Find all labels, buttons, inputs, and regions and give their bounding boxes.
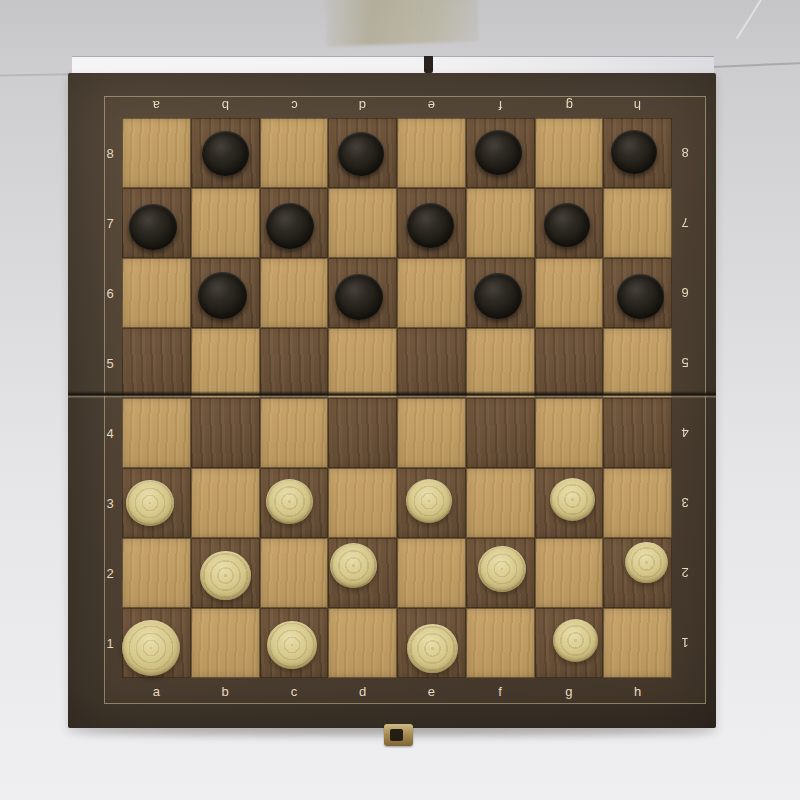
hinge-gap-icon: [424, 56, 433, 73]
rank-label-left-6: 6: [98, 258, 122, 328]
file-label-bottom-c: c: [260, 679, 329, 704]
file-label-bottom-b: b: [191, 679, 260, 704]
black-man-d6[interactable]: ⛂: [335, 274, 383, 320]
white-man-a3[interactable]: ⛀: [126, 480, 174, 526]
file-label-top-a: a: [122, 94, 191, 117]
white-man-d2[interactable]: ⛀: [330, 543, 377, 588]
rank-label-left-2: 2: [98, 538, 122, 608]
black-man-d8[interactable]: ⛂: [338, 132, 384, 176]
clasp-slot: [390, 729, 403, 741]
checkers-board: abcdefgh abcdefgh 87654321 87654321 ⛂⛂⛂⛂…: [68, 73, 716, 728]
pieces-layer: ⛂⛂⛂⛂⛂⛂⛂⛂⛂⛂⛂⛂⛀⛀⛀⛀⛀⛀⛀⛀⛀⛀⛀⛀: [122, 118, 672, 678]
black-man-a7[interactable]: ⛂: [129, 204, 177, 250]
file-label-bottom-e: e: [397, 679, 466, 704]
rank-labels-right: 87654321: [672, 118, 698, 678]
black-man-g7[interactable]: ⛂: [544, 203, 590, 247]
background-tape-mark: [325, 0, 479, 47]
white-man-c3[interactable]: ⛀: [266, 479, 313, 524]
file-label-bottom-d: d: [328, 679, 397, 704]
file-label-top-c: c: [260, 94, 329, 117]
table-edge-line-right: [712, 62, 800, 68]
rank-label-right-6: 6: [672, 258, 698, 328]
rank-label-left-8: 8: [98, 118, 122, 188]
rank-label-right-7: 7: [672, 188, 698, 258]
rank-label-right-1: 1: [672, 608, 698, 678]
white-man-g3[interactable]: ⛀: [550, 478, 595, 521]
rank-label-right-3: 3: [672, 468, 698, 538]
black-man-b8[interactable]: ⛂: [202, 131, 249, 176]
white-man-e3[interactable]: ⛀: [406, 479, 452, 523]
file-labels-top: abcdefgh: [122, 94, 672, 117]
black-man-e7[interactable]: ⛂: [407, 203, 454, 248]
white-man-e1[interactable]: ⛀: [407, 624, 458, 673]
background-crease: [736, 0, 762, 39]
black-man-c7[interactable]: ⛂: [266, 203, 314, 249]
rank-label-left-3: 3: [98, 468, 122, 538]
brass-clasp: [384, 724, 413, 746]
file-label-bottom-f: f: [466, 679, 535, 704]
black-man-f6[interactable]: ⛂: [474, 273, 522, 319]
rank-label-left-7: 7: [98, 188, 122, 258]
file-label-top-d: d: [328, 94, 397, 117]
file-label-bottom-a: a: [122, 679, 191, 704]
board-fold-seam: [68, 391, 716, 398]
black-man-f8[interactable]: ⛂: [475, 130, 522, 175]
white-man-c1[interactable]: ⛀: [267, 621, 317, 669]
white-man-h2[interactable]: ⛀: [625, 542, 668, 583]
file-label-top-e: e: [397, 94, 466, 117]
black-man-h6[interactable]: ⛂: [617, 274, 664, 319]
file-label-bottom-g: g: [535, 679, 604, 704]
file-labels-bottom: abcdefgh: [122, 679, 672, 704]
white-man-g1[interactable]: ⛀: [553, 619, 598, 662]
file-label-top-b: b: [191, 94, 260, 117]
rank-label-right-5: 5: [672, 328, 698, 398]
white-man-f2[interactable]: ⛀: [478, 546, 526, 592]
black-man-b6[interactable]: ⛂: [198, 272, 247, 319]
file-label-bottom-h: h: [603, 679, 672, 704]
file-label-top-g: g: [535, 94, 604, 117]
board-top-side-face: [72, 56, 714, 74]
rank-label-right-8: 8: [672, 118, 698, 188]
rank-label-left-1: 1: [98, 608, 122, 678]
rank-label-right-2: 2: [672, 538, 698, 608]
rank-label-left-5: 5: [98, 328, 122, 398]
file-label-top-f: f: [466, 94, 535, 117]
white-man-a1[interactable]: ⛀: [122, 620, 180, 676]
rank-labels-left: 87654321: [98, 118, 122, 678]
rank-label-left-4: 4: [98, 398, 122, 468]
black-man-h8[interactable]: ⛂: [611, 130, 657, 174]
rank-label-right-4: 4: [672, 398, 698, 468]
file-label-top-h: h: [603, 94, 672, 117]
white-man-b2[interactable]: ⛀: [200, 551, 251, 600]
table-edge-line-left: [0, 73, 72, 76]
